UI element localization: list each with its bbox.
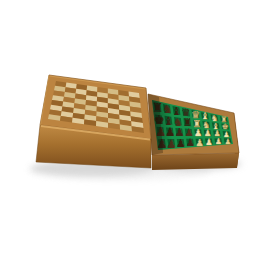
piece-drawer: ♜♞♝♛♛♝♞♜♚♝♞♜♜♞♝♚♟♟♟♟♟♟♟♟♟♟♟♟♟♟♟♟ [148, 94, 239, 170]
drawer-front-face [152, 153, 239, 170]
chess-set-scene: ♜♞♝♛♛♝♞♜♚♝♞♜♜♞♝♚♟♟♟♟♟♟♟♟♟♟♟♟♟♟♟♟ [0, 0, 255, 255]
travel-chess-set-photo: ♜♞♝♛♛♝♞♜♚♝♞♜♜♞♝♚♟♟♟♟♟♟♟♟♟♟♟♟♟♟♟♟ [0, 0, 255, 255]
chess-box [36, 75, 151, 168]
